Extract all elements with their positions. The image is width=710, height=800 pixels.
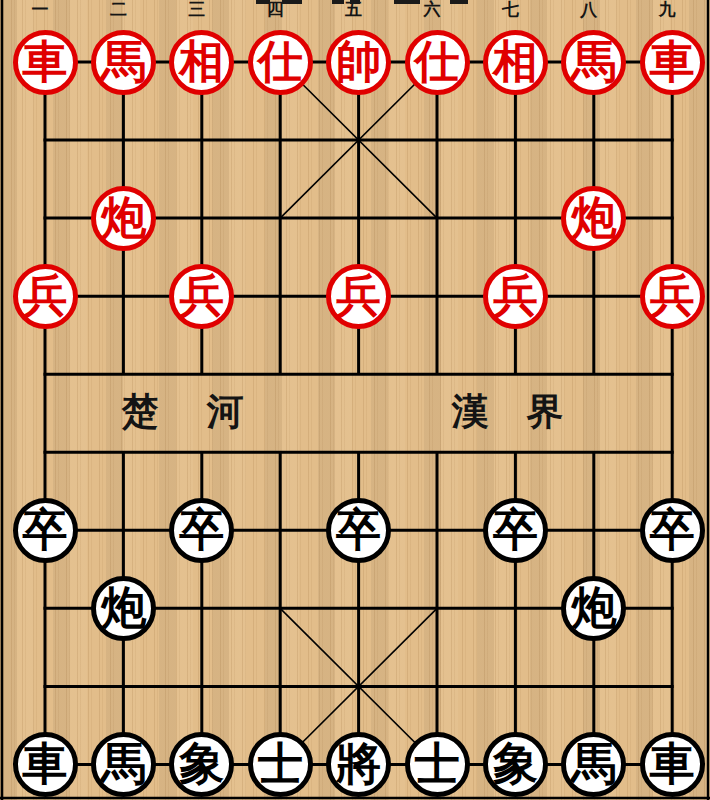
piece-red-cannon[interactable]: 炮 (91, 186, 156, 251)
piece-black-soldier[interactable]: 卒 (326, 498, 391, 563)
piece-black-advisor[interactable]: 士 (405, 732, 470, 797)
piece-red-elephant[interactable]: 相 (483, 30, 548, 95)
piece-black-soldier[interactable]: 卒 (483, 498, 548, 563)
piece-red-cannon[interactable]: 炮 (561, 186, 626, 251)
file-label-9: 九 (659, 1, 676, 18)
piece-black-elephant[interactable]: 象 (483, 732, 548, 797)
piece-black-cannon[interactable]: 炮 (561, 576, 626, 641)
piece-red-advisor[interactable]: 仕 (405, 30, 470, 95)
piece-red-horse[interactable]: 馬 (91, 30, 156, 95)
piece-black-advisor[interactable]: 士 (248, 732, 313, 797)
clipped-glyph-fragment (450, 0, 468, 4)
piece-red-general[interactable]: 帥 (326, 30, 391, 95)
piece-red-elephant[interactable]: 相 (169, 30, 234, 95)
file-label-6: 六 (424, 1, 441, 18)
clipped-glyph-fragment (256, 0, 270, 4)
file-label-8: 八 (580, 1, 597, 18)
river-char-3: 漢 (452, 393, 489, 430)
piece-red-soldier[interactable]: 兵 (13, 264, 78, 329)
piece-red-soldier[interactable]: 兵 (169, 264, 234, 329)
river-char-1: 楚 (122, 393, 159, 430)
board-grid-lines (0, 0, 710, 800)
piece-black-chariot[interactable]: 車 (640, 732, 705, 797)
file-label-2: 二 (110, 1, 127, 18)
file-label-1: 一 (32, 1, 49, 18)
piece-red-chariot[interactable]: 車 (13, 30, 78, 95)
piece-black-soldier[interactable]: 卒 (169, 498, 234, 563)
piece-black-cannon[interactable]: 炮 (91, 576, 156, 641)
river-char-4: 界 (527, 393, 564, 430)
piece-red-horse[interactable]: 馬 (561, 30, 626, 95)
piece-black-horse[interactable]: 馬 (91, 732, 156, 797)
piece-black-soldier[interactable]: 卒 (13, 498, 78, 563)
piece-red-soldier[interactable]: 兵 (483, 264, 548, 329)
piece-red-soldier[interactable]: 兵 (326, 264, 391, 329)
piece-black-chariot[interactable]: 車 (13, 732, 78, 797)
clipped-glyph-fragment (282, 0, 302, 4)
piece-red-soldier[interactable]: 兵 (640, 264, 705, 329)
clipped-glyph-fragment (350, 0, 360, 4)
file-label-3: 三 (188, 1, 205, 18)
clipped-glyph-fragment (332, 0, 344, 4)
piece-black-general[interactable]: 將 (326, 732, 391, 797)
clipped-glyph-fragment (394, 0, 420, 4)
piece-red-chariot[interactable]: 車 (640, 30, 705, 95)
piece-black-elephant[interactable]: 象 (169, 732, 234, 797)
piece-black-horse[interactable]: 馬 (561, 732, 626, 797)
piece-red-advisor[interactable]: 仕 (248, 30, 313, 95)
river-char-2: 河 (207, 393, 244, 430)
file-label-7: 七 (502, 1, 519, 18)
xiangqi-board[interactable]: 一二三四五六七八九 楚河漢界 車馬相仕帥仕相馬車炮炮兵兵兵兵兵卒卒卒卒卒炮炮車馬… (0, 0, 710, 800)
piece-black-soldier[interactable]: 卒 (640, 498, 705, 563)
